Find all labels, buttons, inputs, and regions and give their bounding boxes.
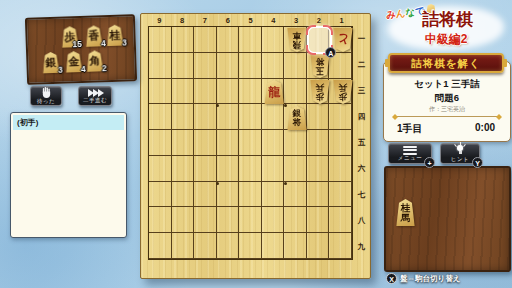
menu-icon <box>403 146 417 155</box>
selection-cursor: A <box>307 26 332 54</box>
board-cell[interactable] <box>194 104 217 130</box>
hint-button[interactable]: ヒント Y <box>440 143 480 164</box>
board-cell[interactable] <box>329 182 352 208</box>
move-list-panel: (初手) <box>10 112 127 238</box>
puzzle-problem: 問題6 <box>384 92 510 105</box>
rank-label: 三 <box>354 78 369 104</box>
shogi-piece-歩兵[interactable]: 歩兵 <box>310 80 330 104</box>
board-cell[interactable] <box>217 79 240 105</box>
board-cell[interactable] <box>172 233 195 259</box>
file-label: 1 <box>330 14 353 26</box>
shogi-piece-飛車[interactable]: 飛車 <box>287 28 307 52</box>
hint-label: ヒント <box>451 157 469 163</box>
file-label: 9 <box>148 14 171 26</box>
forward-two-button[interactable]: 二手進む <box>78 86 112 106</box>
board-cell[interactable] <box>329 130 352 156</box>
shogi-piece-金[interactable]: 金4 <box>65 51 83 73</box>
board-cell[interactable] <box>239 130 262 156</box>
board-cell[interactable] <box>194 79 217 105</box>
board-cell[interactable] <box>329 233 352 259</box>
board-cell[interactable] <box>307 233 330 259</box>
file-label: 3 <box>285 14 308 26</box>
board-cell[interactable] <box>329 104 352 130</box>
shogi-piece-桂馬[interactable]: 桂馬 <box>396 199 415 226</box>
board-cell[interactable] <box>149 79 172 105</box>
shogi-piece-銀[interactable]: 銀3 <box>42 52 60 74</box>
board-cell[interactable] <box>239 104 262 130</box>
shogi-piece-歩兵[interactable]: 歩兵 <box>333 80 353 104</box>
rank-label: 一 <box>354 26 369 52</box>
file-label: 8 <box>171 14 194 26</box>
rank-label: 七 <box>354 182 369 208</box>
menu-button[interactable]: メニュー + <box>388 143 432 164</box>
board-cell[interactable] <box>307 130 330 156</box>
board-cell[interactable] <box>217 104 240 130</box>
y-button-badge: Y <box>472 157 483 168</box>
board-cell[interactable] <box>194 27 217 53</box>
star-point <box>216 182 219 185</box>
hand-piece-count: 4 <box>81 64 86 74</box>
rank-label: 九 <box>354 234 369 260</box>
board-cell[interactable] <box>307 207 330 233</box>
board-cell[interactable] <box>149 130 172 156</box>
board-cell[interactable] <box>239 27 262 53</box>
board-cell[interactable] <box>262 182 285 208</box>
board-cell[interactable] <box>217 182 240 208</box>
board-cell[interactable] <box>262 130 285 156</box>
move-counter: 1手目 <box>397 122 423 136</box>
hand-piece-count: 3 <box>58 65 63 75</box>
board-cell[interactable] <box>239 182 262 208</box>
board-cell[interactable] <box>217 156 240 182</box>
puzzle-author: 作：三宅英治 <box>384 105 510 114</box>
shogi-board: 987654321 一二三四五六七八九 飛車と玉将歩兵歩兵龍銀将A <box>140 13 371 279</box>
board-cell[interactable] <box>149 156 172 182</box>
x-button-badge: X <box>386 273 397 284</box>
board-cell[interactable] <box>307 104 330 130</box>
star-point <box>216 104 219 107</box>
board-cell[interactable] <box>149 233 172 259</box>
undo-label: 待った <box>37 99 55 105</box>
board-cell[interactable] <box>194 233 217 259</box>
app-root: 987654321 一二三四五六七八九 飛車と玉将歩兵歩兵龍銀将A 歩15香4桂… <box>0 0 512 288</box>
logo-line3: 中級編2 <box>382 31 510 48</box>
file-label: 4 <box>262 14 285 26</box>
board-cell[interactable] <box>172 53 195 79</box>
shogi-piece-銀将[interactable]: 銀将 <box>287 106 307 130</box>
board-cell[interactable] <box>172 130 195 156</box>
board-cell[interactable] <box>172 104 195 130</box>
board-cell[interactable] <box>284 207 307 233</box>
board-cell[interactable] <box>262 233 285 259</box>
board-cell[interactable] <box>149 27 172 53</box>
logo-line2: 詰将棋 <box>422 8 473 31</box>
board-cell[interactable] <box>307 182 330 208</box>
board-cell[interactable] <box>284 182 307 208</box>
game-logo: みんなで 詰将棋 中級編2 <box>382 4 510 54</box>
undo-button[interactable]: 待った <box>30 86 62 106</box>
file-label: 5 <box>239 14 262 26</box>
fast-forward-icon <box>88 89 103 97</box>
timer: 0:00 <box>475 122 495 133</box>
board-cell[interactable] <box>194 207 217 233</box>
rank-label: 八 <box>354 208 369 234</box>
board-cell[interactable] <box>172 156 195 182</box>
board-cell[interactable] <box>284 79 307 105</box>
rank-label: 二 <box>354 52 369 78</box>
board-cell[interactable] <box>149 207 172 233</box>
board-cell[interactable] <box>284 130 307 156</box>
switch-hint-text: 盤⇔駒台切り替え <box>400 274 460 284</box>
board-cell[interactable] <box>194 182 217 208</box>
board-cell[interactable] <box>329 207 352 233</box>
file-label: 7 <box>194 14 217 26</box>
board-grid: 飛車と玉将歩兵歩兵龍銀将A <box>148 26 353 260</box>
forward-label: 二手進む <box>83 98 107 104</box>
rank-label: 五 <box>354 130 369 156</box>
star-point <box>284 182 287 185</box>
board-cell[interactable] <box>149 104 172 130</box>
shogi-piece-桂[interactable]: 桂3 <box>106 25 124 47</box>
puzzle-info-panel: セット1 三手詰 問題6 作：三宅英治 1手目 0:00 <box>383 61 511 142</box>
board-switch-hint: X 盤⇔駒台切り替え <box>386 273 460 284</box>
file-label: 6 <box>216 14 239 26</box>
hand-piece-count: 3 <box>122 37 127 47</box>
lightbulb-icon <box>454 145 466 156</box>
board-cell[interactable] <box>239 156 262 182</box>
board-cell[interactable] <box>239 79 262 105</box>
plus-button-badge: + <box>424 157 435 168</box>
board-cell[interactable] <box>307 156 330 182</box>
hand-piece-count: 4 <box>101 38 106 48</box>
board-cell[interactable] <box>262 104 285 130</box>
hand-piece-count: 2 <box>102 63 107 73</box>
board-cell[interactable] <box>239 207 262 233</box>
board-cell[interactable] <box>239 233 262 259</box>
menu-label: メニュー <box>398 156 422 162</box>
rank-label: 六 <box>354 156 369 182</box>
hand-icon <box>41 87 52 98</box>
info-divider <box>394 116 500 117</box>
shogi-piece-龍[interactable]: 龍 <box>264 80 284 104</box>
board-cell[interactable] <box>149 182 172 208</box>
move-list-header: (初手) <box>13 115 124 130</box>
board-cell[interactable] <box>217 207 240 233</box>
gote-hand-tray: 桂馬 <box>384 166 511 272</box>
board-cell[interactable] <box>172 27 195 53</box>
board-cell[interactable] <box>149 53 172 79</box>
sente-hand-tray: 歩15香4桂3銀3金4角2 <box>25 14 137 85</box>
board-cell[interactable] <box>172 79 195 105</box>
board-cell[interactable] <box>217 53 240 79</box>
board-cell[interactable] <box>239 53 262 79</box>
board-cell[interactable] <box>284 233 307 259</box>
board-cell[interactable] <box>262 156 285 182</box>
board-cell[interactable] <box>217 27 240 53</box>
board-cell[interactable] <box>284 156 307 182</box>
board-cell[interactable] <box>172 182 195 208</box>
board-cell[interactable] <box>329 156 352 182</box>
rank-label: 四 <box>354 104 369 130</box>
board-cell[interactable] <box>262 53 285 79</box>
mode-banner: 詰将棋を解く <box>388 53 504 73</box>
board-cell[interactable] <box>194 130 217 156</box>
board-cell[interactable] <box>217 233 240 259</box>
board-cell[interactable] <box>194 53 217 79</box>
board-cell[interactable] <box>172 207 195 233</box>
board-cell[interactable] <box>284 53 307 79</box>
rank-labels: 一二三四五六七八九 <box>354 26 369 260</box>
shogi-piece-歩[interactable]: 歩15 <box>61 26 79 48</box>
board-cell[interactable] <box>262 207 285 233</box>
shogi-piece-角[interactable]: 角2 <box>86 50 104 72</box>
puzzle-set: セット1 三手詰 <box>384 78 510 91</box>
board-cell[interactable] <box>262 27 285 53</box>
shogi-piece-香[interactable]: 香4 <box>85 25 103 47</box>
board-cell[interactable] <box>217 130 240 156</box>
shogi-piece-玉将[interactable]: 玉将 <box>310 54 330 78</box>
hand-piece-count: 15 <box>72 39 82 49</box>
board-cell[interactable] <box>194 156 217 182</box>
shogi-piece-と[interactable]: と <box>333 28 353 52</box>
